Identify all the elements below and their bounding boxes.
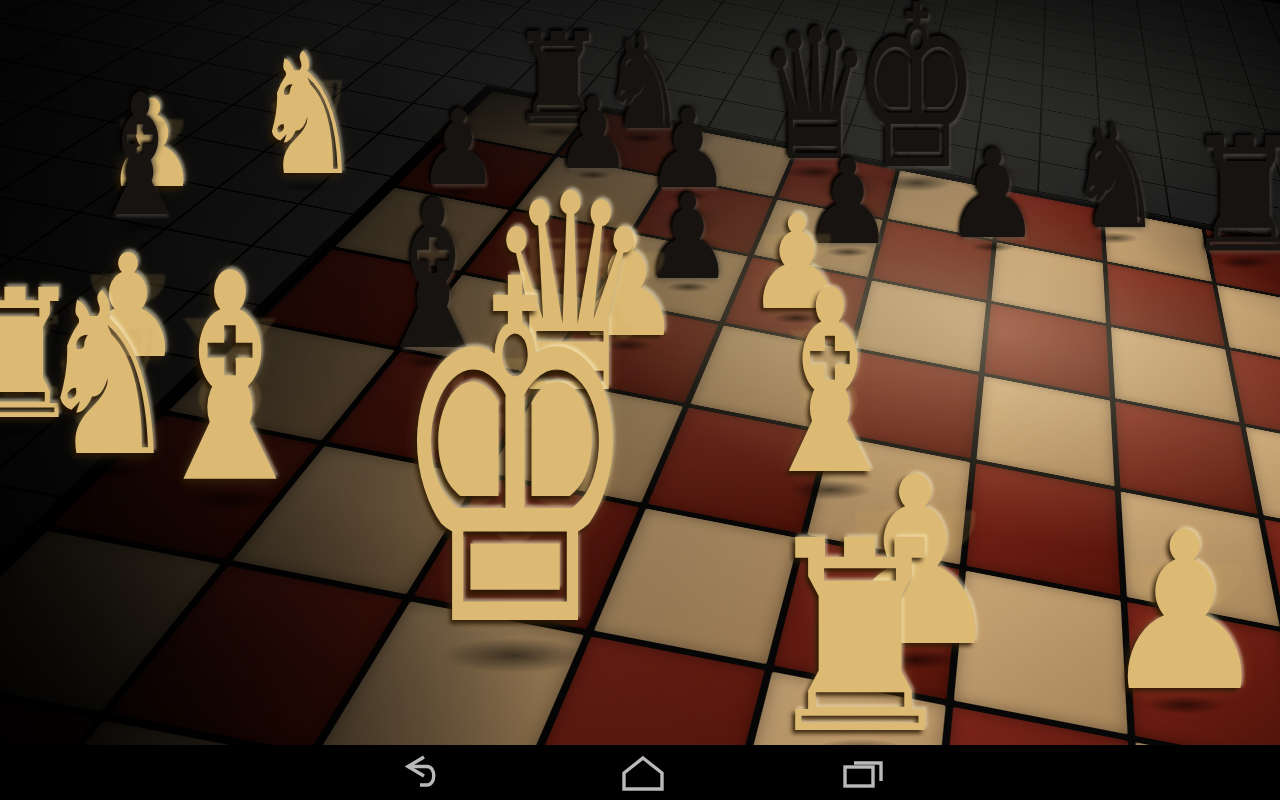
piece-white-rook-f1[interactable]: ♜ [757,507,963,772]
piece-black-knight-g8[interactable]: ♞ [1068,105,1163,249]
recents-button[interactable] [840,754,886,792]
piece-white-pawn-g3[interactable]: ♟ [1100,504,1270,723]
android-navbar [0,745,1280,800]
back-button[interactable] [400,754,446,792]
recents-icon [845,763,881,786]
chess-app-screen: ♜♜♞♞♛♛♟♟♚♚♞♞♟♟♟♟♟♟♝♝♞♞♟♟♟♟♜♜♟♟♟♟♟♟♝♝♟♟♛♛… [0,0,1280,800]
piece-black-rook-h8[interactable]: ♜ [1184,117,1280,275]
piece-white-bishop-b2[interactable]: ♝ [141,236,319,523]
piece-white-king-d1[interactable]: ♚ [389,220,640,693]
home-button[interactable] [619,754,667,792]
piece-black-pawn-f7[interactable]: ♟ [945,134,1041,257]
piece-white-knight-captured: ♞ [252,32,362,200]
home-icon [624,758,662,789]
